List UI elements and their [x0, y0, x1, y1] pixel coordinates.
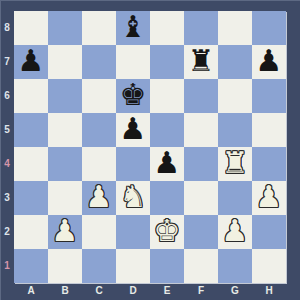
square-g2[interactable]: ♟ [218, 215, 252, 249]
square-g1[interactable] [218, 249, 252, 283]
file-label-b: B [48, 283, 82, 300]
square-g8[interactable] [218, 11, 252, 45]
square-f6[interactable] [184, 79, 218, 113]
rank-label-3: 3 [0, 181, 14, 215]
square-e8[interactable] [150, 11, 184, 45]
black-bishop: ♝ [120, 10, 147, 44]
square-h2[interactable] [252, 215, 286, 249]
square-e5[interactable] [150, 113, 184, 147]
square-e3[interactable] [150, 181, 184, 215]
file-label-f: F [184, 283, 218, 300]
square-c5[interactable] [82, 113, 116, 147]
file-label-g: G [218, 283, 252, 300]
white-pawn: ♟ [86, 180, 113, 214]
file-label-a: A [14, 283, 48, 300]
square-b3[interactable] [48, 181, 82, 215]
rank-label-6: 6 [0, 79, 14, 113]
white-rook: ♜ [222, 146, 249, 180]
square-f2[interactable] [184, 215, 218, 249]
black-pawn: ♟ [18, 44, 45, 78]
square-c4[interactable] [82, 147, 116, 181]
square-a8[interactable] [14, 11, 48, 45]
square-f4[interactable] [184, 147, 218, 181]
file-labels: ABCDEFGH [14, 283, 286, 300]
square-d7[interactable] [116, 45, 150, 79]
file-label-d: D [116, 283, 150, 300]
rank-label-8: 8 [0, 11, 14, 45]
square-e4[interactable]: ♟ [150, 147, 184, 181]
square-d8[interactable]: ♝ [116, 11, 150, 45]
square-g3[interactable] [218, 181, 252, 215]
white-pawn: ♟ [256, 180, 283, 214]
square-h4[interactable] [252, 147, 286, 181]
square-h3[interactable]: ♟ [252, 181, 286, 215]
square-f3[interactable] [184, 181, 218, 215]
square-c7[interactable] [82, 45, 116, 79]
square-d2[interactable] [116, 215, 150, 249]
square-g4[interactable]: ♜ [218, 147, 252, 181]
square-e6[interactable] [150, 79, 184, 113]
square-e1[interactable] [150, 249, 184, 283]
square-c8[interactable] [82, 11, 116, 45]
square-b2[interactable]: ♟ [48, 215, 82, 249]
square-h5[interactable] [252, 113, 286, 147]
square-a6[interactable] [14, 79, 48, 113]
square-c6[interactable] [82, 79, 116, 113]
square-d1[interactable] [116, 249, 150, 283]
rank-label-4: 4 [0, 147, 14, 181]
square-a3[interactable] [14, 181, 48, 215]
square-b4[interactable] [48, 147, 82, 181]
square-h1[interactable] [252, 249, 286, 283]
square-a5[interactable] [14, 113, 48, 147]
file-label-e: E [150, 283, 184, 300]
square-h7[interactable]: ♟ [252, 45, 286, 79]
square-g6[interactable] [218, 79, 252, 113]
rank-label-5: 5 [0, 113, 14, 147]
square-a7[interactable]: ♟ [14, 45, 48, 79]
square-f1[interactable] [184, 249, 218, 283]
square-b1[interactable] [48, 249, 82, 283]
square-f7[interactable]: ♜ [184, 45, 218, 79]
square-b6[interactable] [48, 79, 82, 113]
white-pawn: ♟ [222, 214, 249, 248]
file-label-h: H [252, 283, 286, 300]
white-pawn: ♟ [52, 214, 79, 248]
square-d5[interactable]: ♟ [116, 113, 150, 147]
square-h6[interactable] [252, 79, 286, 113]
square-f8[interactable] [184, 11, 218, 45]
square-b7[interactable] [48, 45, 82, 79]
black-pawn: ♟ [120, 112, 147, 146]
rank-labels: 87654321 [0, 11, 14, 283]
rank-label-7: 7 [0, 45, 14, 79]
square-e7[interactable] [150, 45, 184, 79]
square-f5[interactable] [184, 113, 218, 147]
square-d3[interactable]: ♞ [116, 181, 150, 215]
chess-board: ♝♟♜♟♚♟♟♜♟♞♟♟♚♟ [14, 11, 286, 283]
black-rook: ♜ [188, 44, 215, 78]
square-d4[interactable] [116, 147, 150, 181]
board-frame: 87654321 ♝♟♜♟♚♟♟♜♟♞♟♟♚♟ ABCDEFGH [0, 0, 300, 300]
rank-label-1: 1 [0, 249, 14, 283]
square-g5[interactable] [218, 113, 252, 147]
black-pawn: ♟ [256, 44, 283, 78]
rank-label-2: 2 [0, 215, 14, 249]
square-c3[interactable]: ♟ [82, 181, 116, 215]
black-pawn: ♟ [154, 146, 181, 180]
square-e2[interactable]: ♚ [150, 215, 184, 249]
square-c2[interactable] [82, 215, 116, 249]
white-king: ♚ [154, 214, 181, 248]
file-label-c: C [82, 283, 116, 300]
black-king: ♚ [120, 78, 147, 112]
square-h8[interactable] [252, 11, 286, 45]
white-knight: ♞ [120, 180, 147, 214]
square-a4[interactable] [14, 147, 48, 181]
square-b5[interactable] [48, 113, 82, 147]
square-a1[interactable] [14, 249, 48, 283]
square-d6[interactable]: ♚ [116, 79, 150, 113]
square-c1[interactable] [82, 249, 116, 283]
square-g7[interactable] [218, 45, 252, 79]
square-a2[interactable] [14, 215, 48, 249]
square-b8[interactable] [48, 11, 82, 45]
